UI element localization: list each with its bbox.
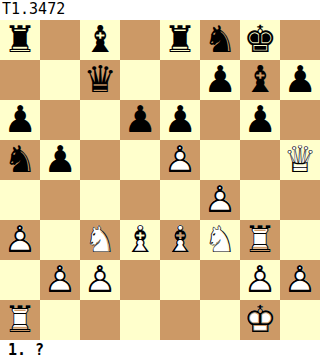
white-knight-piece: ♞♘ — [200, 220, 240, 260]
square-e1[interactable] — [160, 300, 200, 340]
move-prompt: 1. ? — [0, 340, 320, 360]
puzzle-title: T1.3472 — [0, 0, 320, 20]
square-a1[interactable]: ♜♖ — [0, 300, 40, 340]
square-c2[interactable]: ♟♙ — [80, 260, 120, 300]
square-e4[interactable] — [160, 180, 200, 220]
square-f4[interactable]: ♟♙ — [200, 180, 240, 220]
white-pawn-piece: ♟♙ — [40, 260, 80, 300]
square-e3[interactable]: ♝♗ — [160, 220, 200, 260]
white-bishop-piece: ♝♗ — [160, 220, 200, 260]
white-rook-piece: ♜♖ — [0, 300, 40, 340]
black-knight-piece: ♞ — [0, 140, 40, 180]
square-b4[interactable] — [40, 180, 80, 220]
square-c6[interactable] — [80, 100, 120, 140]
square-a7[interactable] — [0, 60, 40, 100]
square-c5[interactable] — [80, 140, 120, 180]
square-b1[interactable] — [40, 300, 80, 340]
square-a4[interactable] — [0, 180, 40, 220]
square-c4[interactable] — [80, 180, 120, 220]
square-d6[interactable]: ♟ — [120, 100, 160, 140]
black-rook-piece: ♜ — [160, 20, 200, 60]
black-pawn-piece: ♟ — [200, 60, 240, 100]
square-d5[interactable] — [120, 140, 160, 180]
square-h8[interactable] — [280, 20, 320, 60]
square-b2[interactable]: ♟♙ — [40, 260, 80, 300]
square-b3[interactable] — [40, 220, 80, 260]
square-h3[interactable] — [280, 220, 320, 260]
black-bishop-piece: ♝ — [80, 20, 120, 60]
square-h4[interactable] — [280, 180, 320, 220]
square-f1[interactable] — [200, 300, 240, 340]
white-bishop-piece: ♝♗ — [120, 220, 160, 260]
square-b6[interactable] — [40, 100, 80, 140]
square-a6[interactable]: ♟ — [0, 100, 40, 140]
square-g7[interactable]: ♝ — [240, 60, 280, 100]
square-a2[interactable] — [0, 260, 40, 300]
square-e2[interactable] — [160, 260, 200, 300]
square-f5[interactable] — [200, 140, 240, 180]
square-b7[interactable] — [40, 60, 80, 100]
black-king-piece: ♚ — [240, 20, 280, 60]
square-h7[interactable]: ♟ — [280, 60, 320, 100]
square-g1[interactable]: ♚♔ — [240, 300, 280, 340]
square-d7[interactable] — [120, 60, 160, 100]
square-f3[interactable]: ♞♘ — [200, 220, 240, 260]
square-d1[interactable] — [120, 300, 160, 340]
black-rook-piece: ♜ — [0, 20, 40, 60]
square-f8[interactable]: ♞ — [200, 20, 240, 60]
square-c8[interactable]: ♝ — [80, 20, 120, 60]
square-a8[interactable]: ♜ — [0, 20, 40, 60]
square-d4[interactable] — [120, 180, 160, 220]
square-g2[interactable]: ♟♙ — [240, 260, 280, 300]
square-f2[interactable] — [200, 260, 240, 300]
square-a5[interactable]: ♞ — [0, 140, 40, 180]
square-h1[interactable] — [280, 300, 320, 340]
square-f7[interactable]: ♟ — [200, 60, 240, 100]
white-pawn-piece: ♟♙ — [200, 180, 240, 220]
white-king-piece: ♚♔ — [240, 300, 280, 340]
white-knight-piece: ♞♘ — [80, 220, 120, 260]
square-d8[interactable] — [120, 20, 160, 60]
black-pawn-piece: ♟ — [0, 100, 40, 140]
square-g4[interactable] — [240, 180, 280, 220]
black-pawn-piece: ♟ — [40, 140, 80, 180]
black-pawn-piece: ♟ — [160, 100, 200, 140]
white-queen-piece: ♛♕ — [280, 140, 320, 180]
square-b5[interactable]: ♟ — [40, 140, 80, 180]
black-queen-piece: ♛ — [80, 60, 120, 100]
square-g8[interactable]: ♚ — [240, 20, 280, 60]
square-c3[interactable]: ♞♘ — [80, 220, 120, 260]
square-e5[interactable]: ♟♙ — [160, 140, 200, 180]
square-f6[interactable] — [200, 100, 240, 140]
square-e8[interactable]: ♜ — [160, 20, 200, 60]
white-pawn-piece: ♟♙ — [280, 260, 320, 300]
black-pawn-piece: ♟ — [120, 100, 160, 140]
white-pawn-piece: ♟♙ — [240, 260, 280, 300]
square-e7[interactable] — [160, 60, 200, 100]
white-pawn-piece: ♟♙ — [80, 260, 120, 300]
square-h5[interactable]: ♛♕ — [280, 140, 320, 180]
square-a3[interactable]: ♟♙ — [0, 220, 40, 260]
square-h6[interactable] — [280, 100, 320, 140]
square-b8[interactable] — [40, 20, 80, 60]
square-c7[interactable]: ♛ — [80, 60, 120, 100]
square-d3[interactable]: ♝♗ — [120, 220, 160, 260]
white-pawn-piece: ♟♙ — [160, 140, 200, 180]
white-rook-piece: ♜♖ — [240, 220, 280, 260]
black-bishop-piece: ♝ — [240, 60, 280, 100]
black-pawn-piece: ♟ — [240, 100, 280, 140]
square-g3[interactable]: ♜♖ — [240, 220, 280, 260]
square-g5[interactable] — [240, 140, 280, 180]
white-pawn-piece: ♟♙ — [0, 220, 40, 260]
chess-board: ♜♝♜♞♚♛♟♝♟♟♟♟♟♞♟♟♙♛♕♟♙♟♙♞♘♝♗♝♗♞♘♜♖♟♙♟♙♟♙♟… — [0, 20, 320, 340]
square-h2[interactable]: ♟♙ — [280, 260, 320, 300]
square-e6[interactable]: ♟ — [160, 100, 200, 140]
black-pawn-piece: ♟ — [280, 60, 320, 100]
square-c1[interactable] — [80, 300, 120, 340]
square-g6[interactable]: ♟ — [240, 100, 280, 140]
square-d2[interactable] — [120, 260, 160, 300]
black-knight-piece: ♞ — [200, 20, 240, 60]
